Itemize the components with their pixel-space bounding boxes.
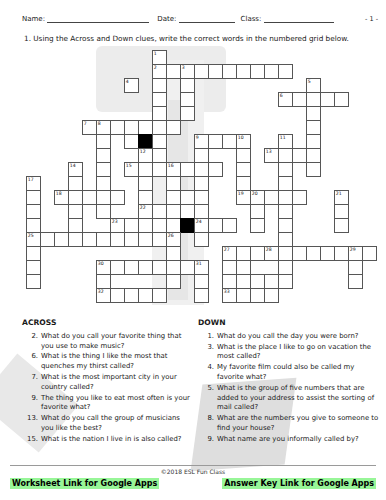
grid-cell[interactable]: 24 [194, 218, 209, 233]
cell-number: 20 [252, 191, 258, 196]
grid-cell[interactable] [96, 190, 111, 205]
footer-divider [10, 465, 376, 466]
cell-number: 2 [154, 65, 157, 70]
grid-cell[interactable] [236, 162, 251, 177]
grid-cell[interactable]: 16 [166, 162, 181, 177]
grid-cell[interactable] [292, 148, 307, 163]
grid-cell[interactable] [278, 190, 293, 205]
grid-cell[interactable] [124, 134, 139, 149]
grid-cell[interactable]: 10 [236, 134, 251, 149]
grid-cell[interactable] [292, 92, 307, 107]
clue-number: 7. [22, 373, 41, 393]
grid-cell[interactable] [320, 92, 335, 107]
class-label: Class: [241, 15, 262, 23]
grid-cell[interactable] [236, 274, 251, 289]
grid-cell[interactable] [250, 246, 265, 261]
clue-text: What is the group of five numbers that a… [217, 384, 380, 413]
grid-cell[interactable] [208, 134, 223, 149]
grid-cell[interactable] [124, 120, 139, 135]
grid-cell[interactable] [208, 64, 223, 79]
grid-cell[interactable] [138, 218, 153, 233]
cell-number: 33 [224, 289, 230, 294]
grid-cell[interactable] [166, 260, 181, 275]
grid-cell[interactable] [26, 274, 41, 289]
grid-cell[interactable] [96, 134, 111, 149]
worksheet-link[interactable]: Worksheet Link for Google Apps [10, 478, 159, 489]
clue-number: 6. [22, 352, 41, 372]
grid-cell[interactable] [96, 274, 111, 289]
grid-cell[interactable] [278, 64, 293, 79]
grid-cell[interactable]: 17 [26, 176, 41, 191]
grid-cell[interactable] [138, 232, 153, 247]
grid-cell[interactable] [166, 246, 181, 261]
cell-number: 23 [112, 219, 118, 224]
grid-cell[interactable] [250, 64, 265, 79]
grid-cell[interactable] [180, 190, 195, 205]
grid-cell[interactable] [138, 120, 153, 135]
clue-number: 1. [198, 332, 217, 342]
grid-cell[interactable] [180, 106, 195, 121]
grid-cell[interactable] [68, 204, 83, 219]
grid-cell[interactable] [236, 176, 251, 191]
cell-number: 13 [266, 149, 272, 154]
grid-cell[interactable] [320, 246, 335, 261]
clue-item: 6.What is the thing I like the most that… [22, 352, 194, 372]
clue-text: What do you call your favorite thing tha… [41, 332, 194, 352]
grid-cell[interactable] [362, 246, 377, 261]
grid-cell[interactable] [180, 204, 195, 219]
grid-cell[interactable] [306, 92, 321, 107]
grid-cell[interactable] [306, 120, 321, 135]
down-clue-list: 1.What do you call the day you were born… [198, 332, 380, 445]
grid-cell[interactable] [306, 162, 321, 177]
grid-cell[interactable] [166, 204, 181, 219]
worksheet-header: Name: Date: Class: - 1 - [22, 14, 378, 23]
grid-cell[interactable] [194, 232, 209, 247]
grid-cell[interactable]: 3 [180, 64, 195, 79]
grid-cell[interactable]: 20 [250, 190, 265, 205]
cell-number: 15 [126, 163, 132, 168]
grid-cell[interactable] [110, 288, 125, 303]
clue-text: What do you call the day you were born? [217, 332, 358, 342]
clue-item: 13.What do you call the group of musicia… [22, 414, 194, 434]
grid-cell[interactable] [26, 260, 41, 275]
grid-cell[interactable] [124, 218, 139, 233]
crossword-grid: 1234567891011121314151617181920212223242… [26, 50, 377, 303]
clue-text: What is the most important city in your … [41, 373, 194, 393]
clue-number: 5. [198, 384, 217, 413]
grid-cell[interactable]: 22 [138, 204, 153, 219]
grid-cell[interactable] [334, 204, 349, 219]
instruction-text: 1. Using the Across and Down clues, writ… [24, 34, 374, 43]
grid-cell[interactable] [222, 274, 237, 289]
grid-cell[interactable]: 2 [152, 64, 167, 79]
grid-cell[interactable] [278, 246, 293, 261]
clue-item: 9.What name are you informally called by… [198, 435, 380, 445]
grid-cell[interactable] [124, 260, 139, 275]
clue-text: What is the thing I like the most that q… [41, 352, 194, 372]
grid-cell[interactable] [250, 288, 265, 303]
grid-cell[interactable] [278, 260, 293, 275]
grid-cell[interactable] [152, 162, 167, 177]
grid-cell[interactable] [222, 260, 237, 275]
grid-cell[interactable]: 6 [278, 92, 293, 107]
grid-cell[interactable] [278, 232, 293, 247]
clue-number: 8. [198, 414, 217, 434]
cell-number: 10 [238, 135, 244, 140]
cell-number: 18 [56, 191, 62, 196]
across-title: ACROSS [22, 318, 194, 329]
grid-cell[interactable]: 13 [264, 148, 279, 163]
grid-cell[interactable] [110, 260, 125, 275]
grid-cell[interactable] [152, 134, 167, 149]
grid-cell[interactable]: 9 [194, 134, 209, 149]
grid-cell[interactable] [334, 92, 349, 107]
grid-cell[interactable] [138, 288, 153, 303]
grid-cell[interactable]: 27 [222, 246, 237, 261]
grid-cell[interactable]: 14 [68, 162, 83, 177]
grid-cell[interactable]: 31 [194, 260, 209, 275]
grid-cell[interactable] [152, 78, 167, 93]
grid-cell[interactable] [110, 190, 125, 205]
grid-cell[interactable] [152, 218, 167, 233]
grid-cell[interactable] [348, 260, 363, 275]
grid-cell[interactable] [26, 246, 41, 261]
grid-cell[interactable] [26, 204, 41, 219]
grid-cell[interactable] [278, 176, 293, 191]
grid-cell[interactable]: 30 [96, 260, 111, 275]
grid-cell[interactable] [194, 64, 209, 79]
clue-item: 8.What are the numbers you give to someo… [198, 414, 380, 434]
grid-cell[interactable] [180, 162, 195, 177]
grid-cell[interactable]: 18 [54, 190, 69, 205]
grid-cell[interactable] [82, 190, 97, 205]
grid-cell[interactable] [292, 190, 307, 205]
grid-cell[interactable] [194, 274, 209, 289]
grid-cell[interactable] [124, 288, 139, 303]
grid-cell[interactable]: 4 [124, 78, 139, 93]
cell-number: 31 [196, 261, 202, 266]
grid-cell[interactable] [278, 148, 293, 163]
grid-cell[interactable] [166, 120, 181, 135]
clue-number: 3. [198, 343, 217, 363]
grid-cell[interactable] [166, 218, 181, 233]
grid-cell[interactable] [180, 260, 195, 275]
cell-number: 12 [140, 149, 146, 154]
grid-cell[interactable] [152, 120, 167, 135]
name-field[interactable] [47, 14, 149, 23]
grid-cell[interactable] [152, 148, 167, 163]
cell-number: 29 [350, 247, 356, 252]
grid-cell[interactable] [26, 190, 41, 205]
cell-number: 21 [336, 191, 342, 196]
grid-cell[interactable]: 8 [96, 120, 111, 135]
grid-cell[interactable]: 1 [152, 50, 167, 65]
cell-number: 32 [98, 289, 104, 294]
grid-cell[interactable] [124, 232, 139, 247]
grid-cell[interactable] [278, 274, 293, 289]
grid-cell[interactable]: 5 [306, 78, 321, 93]
grid-cell[interactable] [54, 232, 69, 247]
grid-cell[interactable] [236, 260, 251, 275]
clue-text: What do you call the group of musicians … [41, 414, 194, 434]
grid-cell[interactable] [138, 190, 153, 205]
clue-number: 9. [22, 394, 41, 414]
clue-item: 15.What is the nation I live in is also … [22, 435, 194, 445]
grid-cell[interactable]: 21 [334, 190, 349, 205]
grid-cell[interactable] [138, 162, 153, 177]
clue-item: 1.What do you call the day you were born… [198, 332, 380, 342]
grid-cell[interactable] [334, 218, 349, 233]
clue-item: 7.What is the most important city in you… [22, 373, 194, 393]
clue-item: 3.What is the place I like to go on vaca… [198, 343, 380, 363]
grid-cell[interactable] [250, 204, 265, 219]
black-cell [138, 134, 153, 149]
grid-cell[interactable] [222, 134, 237, 149]
cell-number: 3 [182, 65, 185, 70]
grid-cell[interactable] [306, 134, 321, 149]
cell-number: 28 [266, 247, 272, 252]
grid-cell[interactable] [110, 120, 125, 135]
grid-cell[interactable] [236, 148, 251, 163]
cell-number: 25 [28, 233, 34, 238]
grid-cell[interactable]: 32 [96, 288, 111, 303]
clue-number: 2. [22, 332, 41, 352]
cell-number: 30 [98, 261, 104, 266]
cell-number: 19 [238, 191, 244, 196]
grid-cell[interactable] [68, 218, 83, 233]
grid-cell[interactable] [236, 64, 251, 79]
grid-cell[interactable] [194, 148, 209, 163]
grid-cell[interactable] [96, 204, 111, 219]
cell-number: 7 [84, 121, 87, 126]
across-clue-list: 2.What do you call your favorite thing t… [22, 332, 194, 445]
grid-cell[interactable] [152, 260, 167, 275]
grid-cell[interactable] [278, 204, 293, 219]
answer-key-link[interactable]: Answer Key Link for Google Apps [222, 478, 376, 489]
grid-cell[interactable] [236, 288, 251, 303]
grid-cell[interactable] [292, 246, 307, 261]
clue-item: 4.My favorite film could also be called … [198, 363, 380, 383]
grid-cell[interactable] [264, 274, 279, 289]
clue-number: 9. [198, 435, 217, 445]
black-cell [180, 218, 195, 233]
grid-cell[interactable] [96, 176, 111, 191]
down-title: DOWN [198, 318, 380, 329]
grid-cell[interactable] [180, 92, 195, 107]
clue-number: 13. [22, 414, 41, 434]
grid-cell[interactable]: 28 [264, 246, 279, 261]
grid-cell[interactable]: 25 [26, 232, 41, 247]
grid-cell[interactable] [222, 64, 237, 79]
cell-number: 14 [70, 163, 76, 168]
clue-item: 9.The thing you like to eat most often i… [22, 394, 194, 414]
clue-number: 15. [22, 435, 41, 445]
grid-cell[interactable]: 11 [278, 134, 293, 149]
grid-cell[interactable] [96, 162, 111, 177]
grid-cell[interactable] [194, 288, 209, 303]
grid-cell[interactable] [152, 232, 167, 247]
grid-cell[interactable]: 19 [236, 190, 251, 205]
down-clues-section: DOWN 1.What do you call the day you were… [198, 318, 380, 446]
clue-number: 4. [198, 363, 217, 383]
grid-cell[interactable] [166, 190, 181, 205]
grid-cell[interactable] [68, 190, 83, 205]
grid-cell[interactable] [208, 162, 223, 177]
grid-cell[interactable] [40, 232, 55, 247]
grid-cell[interactable]: 33 [222, 288, 237, 303]
grid-cell[interactable] [96, 148, 111, 163]
cell-number: 6 [280, 93, 283, 98]
across-clues-section: ACROSS 2.What do you call your favorite … [22, 318, 194, 446]
date-label: Date: [157, 15, 176, 23]
cell-number: 1 [154, 51, 157, 56]
grid-cell[interactable]: 15 [124, 162, 139, 177]
grid-cell[interactable] [26, 218, 41, 233]
grid-cell[interactable] [138, 260, 153, 275]
cell-number: 9 [196, 135, 199, 140]
name-label: Name: [22, 15, 45, 23]
grid-cell[interactable]: 7 [82, 120, 97, 135]
grid-cell[interactable] [152, 92, 167, 107]
grid-cell[interactable] [152, 288, 167, 303]
grid-cell[interactable] [68, 176, 83, 191]
grid-cell[interactable] [250, 274, 265, 289]
grid-cell[interactable]: 26 [166, 232, 181, 247]
cell-number: 16 [168, 163, 174, 168]
grid-cell[interactable] [152, 106, 167, 121]
grid-cell[interactable] [194, 204, 209, 219]
grid-cell[interactable] [306, 246, 321, 261]
class-field[interactable] [264, 14, 334, 23]
clue-text: What name are you informally called by? [217, 435, 359, 445]
clue-text: What are the numbers you give to someone… [217, 414, 380, 434]
date-field[interactable] [179, 14, 235, 23]
grid-cell[interactable] [166, 176, 181, 191]
grid-cell[interactable] [194, 162, 209, 177]
page-number: - 1 - [365, 15, 378, 23]
cell-number: 4 [126, 79, 129, 84]
grid-cell[interactable] [138, 176, 153, 191]
grid-cell[interactable] [306, 148, 321, 163]
cell-number: 17 [28, 177, 34, 182]
clue-text: The thing you like to eat most often is … [41, 394, 194, 414]
grid-cell[interactable] [264, 64, 279, 79]
grid-cell[interactable] [278, 162, 293, 177]
grid-cell[interactable] [96, 232, 111, 247]
cell-number: 5 [308, 79, 311, 84]
grid-cell[interactable] [82, 232, 97, 247]
grid-cell[interactable] [194, 190, 209, 205]
clue-item: 5.What is the group of five numbers that… [198, 384, 380, 413]
grid-cell[interactable] [250, 218, 265, 233]
cell-number: 8 [98, 121, 101, 126]
clue-text: What is the place I like to go on vacati… [217, 343, 380, 363]
grid-cell[interactable]: 12 [138, 148, 153, 163]
grid-cell[interactable] [264, 190, 279, 205]
grid-cell[interactable]: 23 [110, 218, 125, 233]
clue-text: What is the nation I live in is also cal… [41, 435, 181, 445]
grid-cell[interactable] [180, 78, 195, 93]
cell-number: 27 [224, 247, 230, 252]
copyright-text: ©2018 ESL Fun Class [0, 468, 386, 475]
grid-cell[interactable] [208, 218, 223, 233]
grid-cell[interactable] [334, 246, 349, 261]
cell-number: 22 [140, 205, 146, 210]
grid-cell[interactable] [306, 106, 321, 121]
grid-cell[interactable]: 29 [348, 246, 363, 261]
cell-number: 24 [196, 219, 202, 224]
clue-text: My favorite film could also be called my… [217, 363, 380, 383]
grid-cell[interactable] [68, 232, 83, 247]
grid-cell[interactable] [110, 232, 125, 247]
clue-item: 2.What do you call your favorite thing t… [22, 332, 194, 352]
grid-cell[interactable] [152, 204, 167, 219]
grid-cell[interactable] [166, 274, 181, 289]
grid-cell[interactable] [194, 176, 209, 191]
grid-cell[interactable] [348, 274, 363, 289]
cell-number: 11 [280, 135, 286, 140]
grid-cell[interactable] [236, 246, 251, 261]
grid-cell[interactable] [264, 288, 279, 303]
grid-cell[interactable] [166, 64, 181, 79]
grid-cell[interactable] [222, 218, 237, 233]
cell-number: 26 [168, 233, 174, 238]
grid-cell[interactable] [278, 218, 293, 233]
